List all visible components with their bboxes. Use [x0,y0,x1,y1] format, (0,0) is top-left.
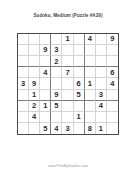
cell-r9c6[interactable] [74,123,85,134]
cell-r3c9[interactable] [107,56,118,67]
cell-r2c1[interactable] [18,45,29,56]
cell-r5c3[interactable] [40,78,51,89]
cell-r5c2: 9 [29,78,40,89]
cell-r8c8[interactable] [96,112,107,123]
cell-r9c7: 8 [85,123,96,134]
cell-r1c9: 9 [107,34,118,45]
cell-r9c2[interactable] [29,123,40,134]
cell-r4c3: 4 [40,67,51,78]
cell-r5c7: 1 [85,78,96,89]
cell-r7c8: 4 [96,101,107,112]
cell-r2c6[interactable] [74,45,85,56]
cell-r9c8: 1 [96,123,107,134]
cell-r7c5[interactable] [62,101,73,112]
cell-r1c5: 1 [62,34,73,45]
cell-r6c6: 5 [74,90,85,101]
cell-r3c6[interactable] [74,56,85,67]
cell-r6c1[interactable] [18,90,29,101]
sudoku-board: 14993247639614195321544154381 [17,33,119,135]
cell-r6c3[interactable] [40,90,51,101]
cell-r5c6: 6 [74,78,85,89]
cell-r8c7[interactable] [85,112,96,123]
cell-r9c5: 3 [62,123,73,134]
cell-r1c3[interactable] [40,34,51,45]
cell-r6c7[interactable] [85,90,96,101]
sudoku-page: Sudoku, Medium (Puzzle #A29) 14993247639… [0,0,136,176]
cell-r8c3[interactable] [40,112,51,123]
cell-r3c1[interactable] [18,56,29,67]
cell-r3c7[interactable] [85,56,96,67]
cell-r7c1[interactable] [18,101,29,112]
cell-r2c4: 3 [51,45,62,56]
cell-r7c4: 5 [51,101,62,112]
footer-url: www.PrintMySudoku.com [0,164,136,168]
cell-r4c5: 7 [62,67,73,78]
cell-r8c4[interactable] [51,112,62,123]
cell-r1c1[interactable] [18,34,29,45]
cell-r9c9[interactable] [107,123,118,134]
cell-r9c3: 5 [40,123,51,134]
cell-r1c6[interactable] [74,34,85,45]
cell-r7c2: 2 [29,101,40,112]
cell-r8c9[interactable] [107,112,118,123]
cell-r6c4: 9 [51,90,62,101]
cell-r2c5[interactable] [62,45,73,56]
cell-r3c4: 2 [51,56,62,67]
cell-r5c5[interactable] [62,78,73,89]
cell-r4c1[interactable] [18,67,29,78]
cell-r2c9[interactable] [107,45,118,56]
cell-r4c4[interactable] [51,67,62,78]
cell-r7c9[interactable] [107,101,118,112]
cell-r3c3[interactable] [40,56,51,67]
cell-r1c7: 4 [85,34,96,45]
cell-r7c6[interactable] [74,101,85,112]
cell-r4c6[interactable] [74,67,85,78]
cell-r4c8[interactable] [96,67,107,78]
cell-r1c8[interactable] [96,34,107,45]
cell-r5c8[interactable] [96,78,107,89]
cell-r3c2[interactable] [29,56,40,67]
cell-r6c9[interactable] [107,90,118,101]
cell-r2c3: 9 [40,45,51,56]
cell-r1c2[interactable] [29,34,40,45]
cell-r2c2[interactable] [29,45,40,56]
cell-r5c4[interactable] [51,78,62,89]
cell-r4c7[interactable] [85,67,96,78]
cell-r9c4: 4 [51,123,62,134]
cell-r7c7[interactable] [85,101,96,112]
cell-r8c6: 1 [74,112,85,123]
cell-r4c9: 6 [107,67,118,78]
cell-r5c9: 4 [107,78,118,89]
cell-r2c8[interactable] [96,45,107,56]
cell-r3c5[interactable] [62,56,73,67]
cell-r7c3: 1 [40,101,51,112]
cell-r6c8: 3 [96,90,107,101]
cell-r6c2: 1 [29,90,40,101]
cell-r1c4[interactable] [51,34,62,45]
page-title: Sudoku, Medium (Puzzle #A29) [0,13,136,18]
cell-r5c1: 3 [18,78,29,89]
cell-r8c5[interactable] [62,112,73,123]
cell-r3c8[interactable] [96,56,107,67]
cell-r4c2[interactable] [29,67,40,78]
cell-r6c5[interactable] [62,90,73,101]
cell-r8c1[interactable] [18,112,29,123]
cell-r2c7[interactable] [85,45,96,56]
cell-r8c2: 4 [29,112,40,123]
cell-r9c1[interactable] [18,123,29,134]
